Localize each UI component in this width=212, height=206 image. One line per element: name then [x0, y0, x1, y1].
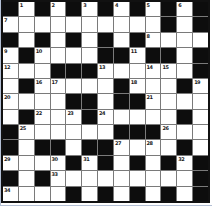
- cell-r2c8[interactable]: [114, 17, 129, 31]
- clue-number-3: 3: [83, 2, 86, 8]
- cell-r8c8[interactable]: [114, 110, 129, 124]
- black-cell-r10c7: [98, 140, 113, 154]
- black-cell-r13c7: [98, 187, 113, 201]
- cell-r13c12[interactable]: [177, 187, 192, 201]
- black-cell-r3c5: [66, 33, 81, 47]
- clue-number-25: 25: [20, 125, 26, 131]
- black-cell-r4c2: [19, 48, 34, 62]
- cell-r11c4[interactable]: 30: [51, 156, 66, 170]
- black-cell-r1c9: [130, 2, 145, 16]
- cell-r7c10[interactable]: 21: [146, 94, 161, 108]
- clue-number-10: 10: [36, 48, 42, 54]
- cell-r4c1[interactable]: 9: [3, 48, 18, 62]
- black-cell-r1c13: [193, 2, 208, 16]
- black-cell-r7c6: [82, 94, 97, 108]
- cell-r3c2[interactable]: [19, 33, 34, 47]
- black-cell-r7c8: [114, 94, 129, 108]
- cell-r8c4[interactable]: [51, 110, 66, 124]
- black-cell-r10c4: [51, 140, 66, 154]
- black-cell-r4c7: [98, 48, 113, 62]
- black-cell-r4c8: [114, 48, 129, 62]
- cell-r5c1[interactable]: 12: [3, 64, 18, 78]
- clue-number-15: 15: [162, 64, 168, 70]
- cell-r4c6[interactable]: [82, 48, 97, 62]
- cell-r2c9[interactable]: [130, 17, 145, 31]
- cell-r13c10[interactable]: [146, 187, 161, 201]
- black-cell-r13c11: [161, 187, 176, 201]
- clue-number-17: 17: [52, 79, 58, 85]
- cell-r11c8[interactable]: [114, 156, 129, 170]
- cell-r2c5[interactable]: [66, 17, 81, 31]
- cell-r12c6[interactable]: [82, 171, 97, 185]
- clue-number-6: 6: [178, 2, 181, 8]
- cell-r6c13[interactable]: 19: [193, 79, 208, 93]
- black-cell-r6c2: [19, 79, 34, 93]
- black-cell-r9c9: [130, 125, 145, 139]
- cell-r6c9[interactable]: 18: [130, 79, 145, 93]
- black-cell-r13c13: [193, 187, 208, 201]
- cell-r12c2[interactable]: [19, 171, 34, 185]
- cell-r13c2[interactable]: [19, 187, 34, 201]
- black-cell-r2c13: [193, 17, 208, 31]
- cell-r9c11[interactable]: 26: [161, 125, 176, 139]
- clue-number-1: 1: [20, 2, 23, 8]
- cell-r3c6[interactable]: [82, 33, 97, 47]
- black-cell-r9c10: [146, 125, 161, 139]
- black-cell-r12c3: [35, 171, 50, 185]
- clue-number-24: 24: [99, 110, 105, 116]
- clue-number-34: 34: [4, 187, 10, 193]
- clue-number-22: 22: [36, 110, 42, 116]
- cell-r6c11[interactable]: [161, 79, 176, 93]
- black-cell-r8c2: [19, 110, 34, 124]
- cell-r11c3[interactable]: [35, 156, 50, 170]
- cell-r13c6[interactable]: [82, 187, 97, 201]
- clue-number-27: 27: [115, 140, 121, 146]
- clue-number-12: 12: [4, 64, 10, 70]
- cell-r11c2[interactable]: [19, 156, 34, 170]
- cell-r2c1[interactable]: 7: [3, 17, 18, 31]
- clue-number-13: 13: [99, 64, 105, 70]
- black-cell-r3c1: [3, 33, 18, 47]
- black-cell-r1c3: [35, 2, 50, 16]
- black-cell-r11c13: [193, 156, 208, 170]
- cell-r12c12[interactable]: [177, 171, 192, 185]
- black-cell-r4c10: [146, 48, 161, 62]
- cell-r3c12[interactable]: [177, 33, 192, 47]
- cell-r9c13[interactable]: [193, 125, 208, 139]
- cell-r9c5[interactable]: [66, 125, 81, 139]
- cell-r5c11[interactable]: 15: [161, 64, 176, 78]
- cell-r12c4[interactable]: 33: [51, 171, 66, 185]
- cell-r8c9[interactable]: [130, 110, 145, 124]
- cell-r9c12[interactable]: [177, 125, 192, 139]
- cell-r8c7[interactable]: 24: [98, 110, 113, 124]
- black-cell-r4c13: [193, 48, 208, 62]
- black-cell-r10c6: [82, 140, 97, 154]
- clue-number-28: 28: [147, 140, 153, 146]
- black-cell-r11c7: [98, 156, 113, 170]
- crossword-grid: 1234567891011121314151617181920212223242…: [1, 0, 210, 203]
- black-cell-r13c9: [130, 187, 145, 201]
- clue-number-29: 29: [4, 156, 10, 162]
- cell-r1c12[interactable]: 6: [177, 2, 192, 16]
- black-cell-r9c8: [114, 125, 129, 139]
- cell-r6c4[interactable]: 17: [51, 79, 66, 93]
- black-cell-r9c1: [3, 125, 18, 139]
- cell-r8c3[interactable]: 22: [35, 110, 50, 124]
- black-cell-r10c1: [3, 140, 18, 154]
- cell-r1c2[interactable]: 1: [19, 2, 34, 16]
- cell-r8c1[interactable]: [3, 110, 18, 124]
- cell-r6c10[interactable]: [146, 79, 161, 93]
- cell-r12c5[interactable]: [66, 171, 81, 185]
- cell-r13c1[interactable]: 34: [3, 187, 18, 201]
- black-cell-r2c11: [161, 17, 176, 31]
- black-cell-r3c9: [130, 33, 145, 47]
- black-cell-r10c3: [35, 140, 50, 154]
- clue-number-19: 19: [194, 79, 200, 85]
- cell-r1c4[interactable]: 2: [51, 2, 66, 16]
- cell-r2c4[interactable]: [51, 17, 66, 31]
- cell-r6c6[interactable]: [82, 79, 97, 93]
- cell-r7c3[interactable]: [35, 94, 50, 108]
- cell-r2c10[interactable]: [146, 17, 161, 31]
- cell-r6c3[interactable]: 16: [35, 79, 50, 93]
- cell-r9c3[interactable]: [35, 125, 50, 139]
- cell-r1c8[interactable]: 4: [114, 2, 129, 16]
- black-cell-r6c8: [114, 79, 129, 93]
- black-cell-r5c5: [66, 64, 81, 78]
- cell-r10c2[interactable]: [19, 140, 34, 154]
- cell-r3c11[interactable]: [161, 33, 176, 47]
- cell-r8c5[interactable]: 23: [66, 110, 81, 124]
- cell-r9c4[interactable]: [51, 125, 66, 139]
- clue-number-30: 30: [52, 156, 58, 162]
- black-cell-r5c13: [193, 64, 208, 78]
- clue-number-8: 8: [147, 33, 150, 39]
- black-cell-r12c1: [3, 171, 18, 185]
- black-cell-r12c13: [193, 171, 208, 185]
- cell-r9c6[interactable]: [82, 125, 97, 139]
- black-cell-r3c7: [98, 33, 113, 47]
- cell-r1c10[interactable]: 5: [146, 2, 161, 16]
- cell-r7c1[interactable]: 20: [3, 94, 18, 108]
- clue-number-32: 32: [178, 156, 184, 162]
- cell-r8c11[interactable]: [161, 110, 176, 124]
- cell-r4c9[interactable]: 11: [130, 48, 145, 62]
- cell-r5c12[interactable]: [177, 64, 192, 78]
- clue-number-31: 31: [83, 156, 89, 162]
- crossword-page: 1234567891011121314151617181920212223242…: [0, 0, 212, 206]
- cell-r5c10[interactable]: 14: [146, 64, 161, 78]
- clue-number-4: 4: [115, 2, 118, 8]
- cell-r7c2[interactable]: [19, 94, 34, 108]
- black-cell-r11c9: [130, 156, 145, 170]
- black-cell-r5c4: [51, 64, 66, 78]
- black-cell-r11c11: [161, 156, 176, 170]
- cell-r3c13[interactable]: [193, 33, 208, 47]
- cell-r1c6[interactable]: 3: [82, 2, 97, 16]
- clue-number-16: 16: [36, 79, 42, 85]
- cell-r13c4[interactable]: [51, 187, 66, 201]
- cell-r3c4[interactable]: [51, 33, 66, 47]
- cell-r12c7[interactable]: [98, 171, 113, 185]
- cell-r6c5[interactable]: [66, 79, 81, 93]
- clue-number-7: 7: [4, 17, 7, 23]
- black-cell-r1c7: [98, 2, 113, 16]
- cell-r10c10[interactable]: 28: [146, 140, 161, 154]
- cell-r4c3[interactable]: 10: [35, 48, 50, 62]
- cell-r11c6[interactable]: 31: [82, 156, 97, 170]
- cell-r5c9[interactable]: [130, 64, 145, 78]
- cell-r2c7[interactable]: [98, 17, 113, 31]
- black-cell-r3c3: [35, 33, 50, 47]
- cell-r12c9[interactable]: [130, 171, 145, 185]
- cell-r5c3[interactable]: [35, 64, 50, 78]
- cell-r10c13[interactable]: [193, 140, 208, 154]
- cell-r13c8[interactable]: [114, 187, 129, 201]
- cell-r11c12[interactable]: 32: [177, 156, 192, 170]
- black-cell-r4c11: [161, 48, 176, 62]
- black-cell-r1c11: [161, 2, 176, 16]
- cell-r12c8[interactable]: [114, 171, 129, 185]
- cell-r13c3[interactable]: [35, 187, 50, 201]
- cell-r3c8[interactable]: [114, 33, 129, 47]
- black-cell-r13c5: [66, 187, 81, 201]
- black-cell-r6c12: [177, 79, 192, 93]
- black-cell-r7c5: [66, 94, 81, 108]
- cell-r2c12[interactable]: [177, 17, 192, 31]
- cell-r4c12[interactable]: [177, 48, 192, 62]
- black-cell-r10c12: [177, 140, 192, 154]
- cell-r10c5[interactable]: [66, 140, 81, 154]
- black-cell-r5c6: [82, 64, 97, 78]
- cell-r9c7[interactable]: [98, 125, 113, 139]
- clue-number-9: 9: [4, 48, 7, 54]
- cell-r10c8[interactable]: 27: [114, 140, 129, 154]
- cell-r7c12[interactable]: [177, 94, 192, 108]
- cell-r7c13[interactable]: [193, 94, 208, 108]
- cell-r11c1[interactable]: 29: [3, 156, 18, 170]
- cell-r5c2[interactable]: [19, 64, 34, 78]
- cell-r7c4[interactable]: [51, 94, 66, 108]
- cell-r2c2[interactable]: [19, 17, 34, 31]
- clue-number-23: 23: [67, 110, 73, 116]
- black-cell-r1c5: [66, 2, 81, 16]
- cell-r6c1[interactable]: [3, 79, 18, 93]
- clue-number-5: 5: [147, 2, 150, 8]
- clue-number-33: 33: [52, 171, 58, 177]
- cell-r12c10[interactable]: [146, 171, 161, 185]
- black-cell-r7c9: [130, 94, 145, 108]
- clue-number-21: 21: [147, 94, 153, 100]
- black-cell-r11c5: [66, 156, 81, 170]
- cell-r10c9[interactable]: [130, 140, 145, 154]
- clue-number-18: 18: [131, 79, 137, 85]
- cell-r10c11[interactable]: [161, 140, 176, 154]
- cell-r12c11[interactable]: [161, 171, 176, 185]
- cell-r5c7[interactable]: 13: [98, 64, 113, 78]
- cell-r5c8[interactable]: [114, 64, 129, 78]
- cell-r9c2[interactable]: 25: [19, 125, 34, 139]
- cell-r4c4[interactable]: [51, 48, 66, 62]
- cell-r7c11[interactable]: [161, 94, 176, 108]
- cell-r6c7[interactable]: [98, 79, 113, 93]
- cell-r8c10[interactable]: [146, 110, 161, 124]
- clue-number-14: 14: [147, 64, 153, 70]
- cell-r3c10[interactable]: 8: [146, 33, 161, 47]
- cell-r4c5[interactable]: [66, 48, 81, 62]
- cell-r2c6[interactable]: [82, 17, 97, 31]
- cell-r7c7[interactable]: [98, 94, 113, 108]
- clue-number-11: 11: [131, 48, 137, 54]
- black-cell-r8c6: [82, 110, 97, 124]
- cell-r8c13[interactable]: [193, 110, 208, 124]
- clue-number-20: 20: [4, 94, 10, 100]
- black-cell-r8c12: [177, 110, 192, 124]
- cell-r11c10[interactable]: [146, 156, 161, 170]
- black-cell-r1c1: [3, 2, 18, 16]
- cell-r2c3[interactable]: [35, 17, 50, 31]
- clue-number-2: 2: [52, 2, 55, 8]
- clue-number-26: 26: [162, 125, 168, 131]
